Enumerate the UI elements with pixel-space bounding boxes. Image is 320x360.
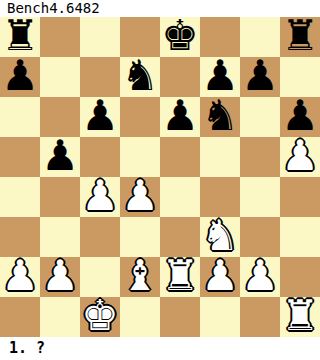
square-e2[interactable]: ♜	[160, 257, 200, 297]
square-f1[interactable]	[200, 297, 240, 337]
square-d2[interactable]: ♝	[120, 257, 160, 297]
square-a7[interactable]: ♟	[0, 57, 40, 97]
square-h7[interactable]	[280, 57, 320, 97]
square-b3[interactable]	[40, 217, 80, 257]
square-b4[interactable]	[40, 177, 80, 217]
white-pawn: ♟	[81, 177, 119, 217]
square-h4[interactable]	[280, 177, 320, 217]
square-b5[interactable]: ♟	[40, 137, 80, 177]
square-e7[interactable]	[160, 57, 200, 97]
square-g4[interactable]	[240, 177, 280, 217]
square-d8[interactable]	[120, 17, 160, 57]
square-a6[interactable]	[0, 97, 40, 137]
square-f7[interactable]: ♟	[200, 57, 240, 97]
square-a8[interactable]: ♜	[0, 17, 40, 57]
square-c3[interactable]	[80, 217, 120, 257]
black-pawn: ♟	[161, 97, 199, 137]
square-a4[interactable]	[0, 177, 40, 217]
square-c6[interactable]: ♟	[80, 97, 120, 137]
white-king: ♚	[81, 297, 119, 337]
square-d1[interactable]	[120, 297, 160, 337]
square-e8[interactable]: ♚	[160, 17, 200, 57]
black-king: ♚	[161, 17, 199, 57]
square-c5[interactable]	[80, 137, 120, 177]
square-b8[interactable]	[40, 17, 80, 57]
chess-board: ♜♚♜♟♞♟♟♟♟♞♟♟♟♟♟♞♟♟♝♜♟♟♚♜	[0, 17, 320, 337]
square-c8[interactable]	[80, 17, 120, 57]
black-rook: ♜	[281, 17, 319, 57]
black-pawn: ♟	[201, 57, 239, 97]
black-knight: ♞	[201, 97, 239, 137]
square-d7[interactable]: ♞	[120, 57, 160, 97]
square-c1[interactable]: ♚	[80, 297, 120, 337]
square-e3[interactable]	[160, 217, 200, 257]
white-rook: ♜	[161, 257, 199, 297]
black-pawn: ♟	[281, 97, 319, 137]
white-bishop: ♝	[121, 257, 159, 297]
white-pawn: ♟	[281, 137, 319, 177]
square-b2[interactable]: ♟	[40, 257, 80, 297]
square-g3[interactable]	[240, 217, 280, 257]
square-g8[interactable]	[240, 17, 280, 57]
white-pawn: ♟	[241, 257, 279, 297]
black-pawn: ♟	[241, 57, 279, 97]
square-c4[interactable]: ♟	[80, 177, 120, 217]
square-e5[interactable]	[160, 137, 200, 177]
black-pawn: ♟	[41, 137, 79, 177]
square-f2[interactable]: ♟	[200, 257, 240, 297]
square-e1[interactable]	[160, 297, 200, 337]
square-g6[interactable]	[240, 97, 280, 137]
move-prompt: 1. ?	[0, 337, 320, 360]
square-a1[interactable]	[0, 297, 40, 337]
square-b1[interactable]	[40, 297, 80, 337]
white-knight: ♞	[201, 217, 239, 257]
white-pawn: ♟	[1, 257, 39, 297]
square-d4[interactable]: ♟	[120, 177, 160, 217]
square-a5[interactable]	[0, 137, 40, 177]
square-h8[interactable]: ♜	[280, 17, 320, 57]
square-b7[interactable]	[40, 57, 80, 97]
black-knight: ♞	[121, 57, 159, 97]
square-f4[interactable]	[200, 177, 240, 217]
square-g7[interactable]: ♟	[240, 57, 280, 97]
square-b6[interactable]	[40, 97, 80, 137]
black-pawn: ♟	[81, 97, 119, 137]
white-pawn: ♟	[121, 177, 159, 217]
square-h5[interactable]: ♟	[280, 137, 320, 177]
square-a3[interactable]	[0, 217, 40, 257]
square-e6[interactable]: ♟	[160, 97, 200, 137]
square-f5[interactable]	[200, 137, 240, 177]
square-d3[interactable]	[120, 217, 160, 257]
white-rook: ♜	[281, 297, 319, 337]
square-g1[interactable]	[240, 297, 280, 337]
square-h2[interactable]	[280, 257, 320, 297]
square-f8[interactable]	[200, 17, 240, 57]
square-f3[interactable]: ♞	[200, 217, 240, 257]
square-h3[interactable]	[280, 217, 320, 257]
square-d6[interactable]	[120, 97, 160, 137]
square-g5[interactable]	[240, 137, 280, 177]
black-rook: ♜	[1, 17, 39, 57]
square-c2[interactable]	[80, 257, 120, 297]
square-e4[interactable]	[160, 177, 200, 217]
square-a2[interactable]: ♟	[0, 257, 40, 297]
square-h6[interactable]: ♟	[280, 97, 320, 137]
square-d5[interactable]	[120, 137, 160, 177]
square-c7[interactable]	[80, 57, 120, 97]
white-pawn: ♟	[201, 257, 239, 297]
square-f6[interactable]: ♞	[200, 97, 240, 137]
square-h1[interactable]: ♜	[280, 297, 320, 337]
square-g2[interactable]: ♟	[240, 257, 280, 297]
black-pawn: ♟	[1, 57, 39, 97]
white-pawn: ♟	[41, 257, 79, 297]
window-title: Bench4.6482	[0, 0, 320, 17]
